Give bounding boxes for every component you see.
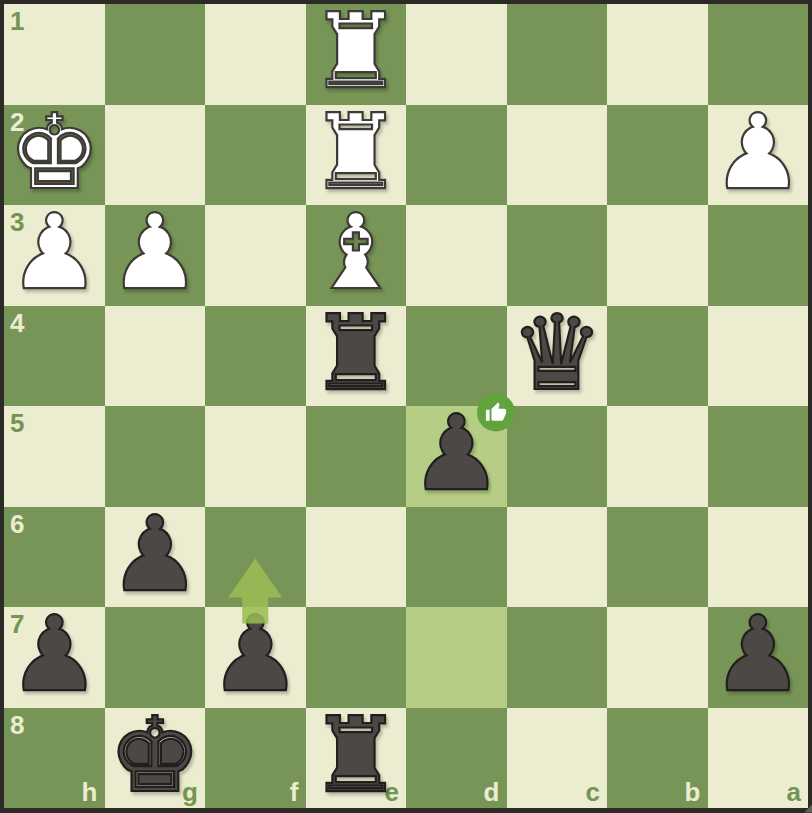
square-c1[interactable] <box>507 4 608 105</box>
piece-white-P-a2[interactable]: ♟ <box>711 100 804 204</box>
square-c5[interactable] <box>507 406 608 507</box>
square-f4[interactable] <box>205 306 306 407</box>
square-b6[interactable] <box>607 507 708 608</box>
square-e3[interactable]: ♝ <box>306 205 407 306</box>
square-f7[interactable]: ♟ <box>205 607 306 708</box>
square-a5[interactable] <box>708 406 809 507</box>
square-f6[interactable] <box>205 507 306 608</box>
square-c7[interactable] <box>507 607 608 708</box>
rank-label-8: 8 <box>10 712 24 738</box>
piece-black-K-g8[interactable]: ♚ <box>108 703 201 807</box>
rank-label-4: 4 <box>10 310 24 336</box>
square-f3[interactable] <box>205 205 306 306</box>
square-c4[interactable]: ♛ <box>507 306 608 407</box>
square-a3[interactable] <box>708 205 809 306</box>
square-b3[interactable] <box>607 205 708 306</box>
square-h8[interactable]: 8h <box>4 708 105 809</box>
square-b7[interactable] <box>607 607 708 708</box>
square-b4[interactable] <box>607 306 708 407</box>
square-d7[interactable] <box>406 607 507 708</box>
square-e7[interactable] <box>306 607 407 708</box>
piece-black-R-e8[interactable]: ♜ <box>309 703 402 807</box>
square-g8[interactable]: g♚ <box>105 708 206 809</box>
square-e4[interactable]: ♜ <box>306 306 407 407</box>
square-a7[interactable]: ♟ <box>708 607 809 708</box>
square-b8[interactable]: b <box>607 708 708 809</box>
piece-white-P-g3[interactable]: ♟ <box>108 200 201 304</box>
piece-black-P-d5[interactable]: ♟ <box>410 401 503 505</box>
square-b1[interactable] <box>607 4 708 105</box>
square-e8[interactable]: e♜ <box>306 708 407 809</box>
square-g3[interactable]: ♟ <box>105 205 206 306</box>
square-f5[interactable] <box>205 406 306 507</box>
file-label-c: c <box>586 779 600 805</box>
square-d5[interactable]: ♟ <box>406 406 507 507</box>
square-d2[interactable] <box>406 105 507 206</box>
square-e6[interactable] <box>306 507 407 608</box>
square-a2[interactable]: ♟ <box>708 105 809 206</box>
square-d3[interactable] <box>406 205 507 306</box>
square-g4[interactable] <box>105 306 206 407</box>
square-b2[interactable] <box>607 105 708 206</box>
square-c2[interactable] <box>507 105 608 206</box>
piece-white-B-e3[interactable]: ♝ <box>309 200 402 304</box>
square-h4[interactable]: 4 <box>4 306 105 407</box>
piece-black-P-f7[interactable]: ♟ <box>209 602 302 706</box>
square-f2[interactable] <box>205 105 306 206</box>
square-c3[interactable] <box>507 205 608 306</box>
square-d1[interactable] <box>406 4 507 105</box>
square-h1[interactable]: 1 <box>4 4 105 105</box>
square-h2[interactable]: 2♚ <box>4 105 105 206</box>
square-d4[interactable] <box>406 306 507 407</box>
file-label-f: f <box>290 779 299 805</box>
square-f1[interactable] <box>205 4 306 105</box>
piece-white-R-e1[interactable]: ♜ <box>309 0 402 103</box>
square-g7[interactable] <box>105 607 206 708</box>
square-h6[interactable]: 6 <box>4 507 105 608</box>
piece-black-P-a7[interactable]: ♟ <box>711 602 804 706</box>
square-c8[interactable]: c <box>507 708 608 809</box>
square-h3[interactable]: 3♟ <box>4 205 105 306</box>
square-f8[interactable]: f <box>205 708 306 809</box>
square-e5[interactable] <box>306 406 407 507</box>
piece-white-R-e2[interactable]: ♜ <box>309 100 402 204</box>
square-c6[interactable] <box>507 507 608 608</box>
square-a1[interactable] <box>708 4 809 105</box>
piece-black-P-h7[interactable]: ♟ <box>8 602 101 706</box>
square-g2[interactable] <box>105 105 206 206</box>
square-e2[interactable]: ♜ <box>306 105 407 206</box>
rank-label-5: 5 <box>10 410 24 436</box>
square-g5[interactable] <box>105 406 206 507</box>
file-label-d: d <box>484 779 500 805</box>
board-grid: 1♜2♚♜♟3♟♟♝4♜♛5♟6♟7♟♟♟8hg♚fe♜dcba <box>4 4 808 808</box>
piece-white-K-h2[interactable]: ♚ <box>8 100 101 204</box>
chess-board: 1♜2♚♜♟3♟♟♝4♜♛5♟6♟7♟♟♟8hg♚fe♜dcba <box>0 0 812 813</box>
piece-white-P-h3[interactable]: ♟ <box>8 200 101 304</box>
square-a6[interactable] <box>708 507 809 608</box>
rank-label-6: 6 <box>10 511 24 537</box>
square-g1[interactable] <box>105 4 206 105</box>
square-h7[interactable]: 7♟ <box>4 607 105 708</box>
square-a4[interactable] <box>708 306 809 407</box>
file-label-b: b <box>685 779 701 805</box>
file-label-h: h <box>82 779 98 805</box>
square-d6[interactable] <box>406 507 507 608</box>
square-a8[interactable]: a <box>708 708 809 809</box>
square-d8[interactable]: d <box>406 708 507 809</box>
rank-label-1: 1 <box>10 8 24 34</box>
piece-black-Q-c4[interactable]: ♛ <box>510 301 603 405</box>
square-e1[interactable]: ♜ <box>306 4 407 105</box>
square-g6[interactable]: ♟ <box>105 507 206 608</box>
square-h5[interactable]: 5 <box>4 406 105 507</box>
file-label-a: a <box>787 779 801 805</box>
square-b5[interactable] <box>607 406 708 507</box>
piece-black-P-g6[interactable]: ♟ <box>108 502 201 606</box>
piece-black-R-e4[interactable]: ♜ <box>309 301 402 405</box>
